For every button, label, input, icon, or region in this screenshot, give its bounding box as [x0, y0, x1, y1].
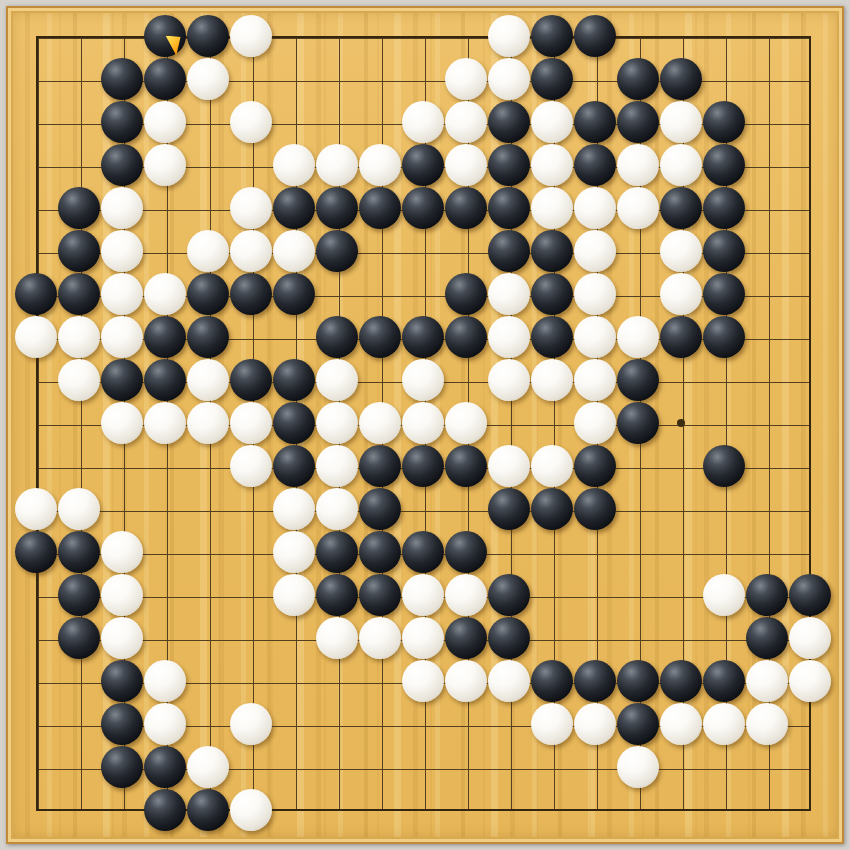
- intersection[interactable]: [745, 616, 788, 659]
- intersection[interactable]: [57, 401, 100, 444]
- intersection[interactable]: [487, 745, 530, 788]
- intersection[interactable]: [487, 358, 530, 401]
- intersection[interactable]: [100, 229, 143, 272]
- intersection[interactable]: [530, 186, 573, 229]
- intersection[interactable]: [229, 315, 272, 358]
- intersection[interactable]: [401, 186, 444, 229]
- intersection[interactable]: [57, 272, 100, 315]
- intersection[interactable]: [401, 788, 444, 831]
- intersection[interactable]: [57, 788, 100, 831]
- intersection[interactable]: [659, 788, 702, 831]
- intersection[interactable]: [444, 745, 487, 788]
- intersection[interactable]: [745, 573, 788, 616]
- intersection[interactable]: [14, 702, 57, 745]
- intersection[interactable]: [315, 229, 358, 272]
- intersection[interactable]: [315, 745, 358, 788]
- intersection[interactable]: [530, 100, 573, 143]
- intersection[interactable]: [487, 272, 530, 315]
- intersection[interactable]: [788, 788, 831, 831]
- intersection[interactable]: [573, 186, 616, 229]
- intersection[interactable]: [358, 14, 401, 57]
- intersection[interactable]: [401, 530, 444, 573]
- intersection[interactable]: [229, 57, 272, 100]
- intersection[interactable]: [530, 358, 573, 401]
- intersection[interactable]: [616, 530, 659, 573]
- intersection[interactable]: [444, 100, 487, 143]
- intersection[interactable]: [788, 401, 831, 444]
- intersection[interactable]: [702, 530, 745, 573]
- intersection[interactable]: [100, 659, 143, 702]
- intersection[interactable]: [229, 530, 272, 573]
- intersection[interactable]: [788, 358, 831, 401]
- intersection[interactable]: [315, 444, 358, 487]
- intersection[interactable]: [57, 14, 100, 57]
- intersection[interactable]: [57, 702, 100, 745]
- intersection[interactable]: [444, 14, 487, 57]
- intersection[interactable]: [702, 143, 745, 186]
- intersection[interactable]: [100, 143, 143, 186]
- intersection[interactable]: [14, 14, 57, 57]
- intersection[interactable]: [745, 57, 788, 100]
- intersection[interactable]: [143, 573, 186, 616]
- intersection[interactable]: [487, 659, 530, 702]
- intersection[interactable]: [573, 487, 616, 530]
- intersection[interactable]: [229, 659, 272, 702]
- intersection[interactable]: [702, 57, 745, 100]
- intersection[interactable]: [788, 702, 831, 745]
- intersection[interactable]: [100, 573, 143, 616]
- intersection[interactable]: [57, 229, 100, 272]
- intersection[interactable]: [702, 186, 745, 229]
- intersection[interactable]: [229, 272, 272, 315]
- intersection[interactable]: [272, 745, 315, 788]
- intersection[interactable]: [788, 186, 831, 229]
- intersection[interactable]: [315, 487, 358, 530]
- intersection[interactable]: [659, 272, 702, 315]
- intersection[interactable]: [530, 616, 573, 659]
- intersection[interactable]: [530, 487, 573, 530]
- intersection[interactable]: [659, 143, 702, 186]
- intersection[interactable]: [788, 315, 831, 358]
- intersection[interactable]: [57, 745, 100, 788]
- intersection[interactable]: [57, 616, 100, 659]
- intersection[interactable]: [272, 272, 315, 315]
- intersection[interactable]: [143, 788, 186, 831]
- intersection[interactable]: [788, 143, 831, 186]
- intersection[interactable]: [14, 143, 57, 186]
- intersection[interactable]: [143, 272, 186, 315]
- intersection[interactable]: [14, 659, 57, 702]
- intersection[interactable]: [315, 14, 358, 57]
- intersection[interactable]: [573, 573, 616, 616]
- intersection[interactable]: [186, 401, 229, 444]
- intersection[interactable]: [272, 143, 315, 186]
- intersection[interactable]: [272, 530, 315, 573]
- intersection[interactable]: [401, 745, 444, 788]
- intersection[interactable]: [272, 100, 315, 143]
- intersection[interactable]: [143, 229, 186, 272]
- intersection[interactable]: [702, 229, 745, 272]
- intersection[interactable]: [487, 487, 530, 530]
- intersection[interactable]: [272, 358, 315, 401]
- intersection[interactable]: [745, 659, 788, 702]
- intersection[interactable]: [186, 315, 229, 358]
- intersection[interactable]: [14, 401, 57, 444]
- intersection[interactable]: [530, 530, 573, 573]
- intersection[interactable]: [788, 229, 831, 272]
- intersection[interactable]: [186, 358, 229, 401]
- intersection[interactable]: [444, 57, 487, 100]
- intersection[interactable]: [57, 530, 100, 573]
- intersection[interactable]: [788, 272, 831, 315]
- intersection[interactable]: [530, 143, 573, 186]
- intersection[interactable]: [229, 444, 272, 487]
- intersection[interactable]: [186, 616, 229, 659]
- intersection[interactable]: [616, 401, 659, 444]
- intersection[interactable]: [659, 401, 702, 444]
- intersection[interactable]: [401, 358, 444, 401]
- intersection[interactable]: [57, 487, 100, 530]
- intersection[interactable]: [444, 659, 487, 702]
- intersection[interactable]: [143, 14, 186, 57]
- intersection[interactable]: [100, 401, 143, 444]
- intersection[interactable]: [702, 616, 745, 659]
- intersection[interactable]: [186, 186, 229, 229]
- intersection[interactable]: [444, 229, 487, 272]
- intersection[interactable]: [788, 100, 831, 143]
- intersection[interactable]: [401, 229, 444, 272]
- intersection[interactable]: [100, 358, 143, 401]
- intersection[interactable]: [358, 788, 401, 831]
- intersection[interactable]: [229, 143, 272, 186]
- intersection[interactable]: [487, 530, 530, 573]
- intersection[interactable]: [573, 315, 616, 358]
- intersection[interactable]: [57, 358, 100, 401]
- intersection[interactable]: [14, 444, 57, 487]
- intersection[interactable]: [702, 659, 745, 702]
- intersection[interactable]: [315, 702, 358, 745]
- intersection[interactable]: [186, 573, 229, 616]
- intersection[interactable]: [358, 616, 401, 659]
- intersection[interactable]: [530, 659, 573, 702]
- intersection[interactable]: [315, 616, 358, 659]
- intersection[interactable]: [530, 788, 573, 831]
- intersection[interactable]: [745, 401, 788, 444]
- intersection[interactable]: [745, 315, 788, 358]
- intersection[interactable]: [358, 57, 401, 100]
- intersection[interactable]: [358, 186, 401, 229]
- go-board[interactable]: [6, 6, 844, 844]
- intersection[interactable]: [788, 530, 831, 573]
- intersection[interactable]: [143, 315, 186, 358]
- intersection[interactable]: [788, 745, 831, 788]
- intersection[interactable]: [143, 444, 186, 487]
- intersection[interactable]: [358, 487, 401, 530]
- intersection[interactable]: [702, 315, 745, 358]
- intersection[interactable]: [100, 745, 143, 788]
- intersection[interactable]: [315, 573, 358, 616]
- intersection[interactable]: [143, 57, 186, 100]
- intersection[interactable]: [14, 272, 57, 315]
- intersection[interactable]: [702, 272, 745, 315]
- intersection[interactable]: [659, 745, 702, 788]
- intersection[interactable]: [143, 745, 186, 788]
- intersection[interactable]: [143, 186, 186, 229]
- intersection[interactable]: [401, 14, 444, 57]
- intersection[interactable]: [573, 229, 616, 272]
- intersection[interactable]: [186, 444, 229, 487]
- intersection[interactable]: [745, 444, 788, 487]
- intersection[interactable]: [745, 100, 788, 143]
- intersection[interactable]: [229, 100, 272, 143]
- intersection[interactable]: [272, 487, 315, 530]
- intersection[interactable]: [616, 444, 659, 487]
- intersection[interactable]: [315, 272, 358, 315]
- intersection[interactable]: [229, 745, 272, 788]
- intersection[interactable]: [788, 573, 831, 616]
- intersection[interactable]: [530, 57, 573, 100]
- intersection[interactable]: [186, 745, 229, 788]
- intersection[interactable]: [143, 401, 186, 444]
- intersection[interactable]: [530, 702, 573, 745]
- intersection[interactable]: [100, 186, 143, 229]
- intersection[interactable]: [57, 100, 100, 143]
- intersection[interactable]: [272, 315, 315, 358]
- intersection[interactable]: [530, 745, 573, 788]
- intersection[interactable]: [616, 186, 659, 229]
- intersection[interactable]: [444, 358, 487, 401]
- intersection[interactable]: [530, 315, 573, 358]
- intersection[interactable]: [573, 788, 616, 831]
- intersection[interactable]: [14, 745, 57, 788]
- intersection[interactable]: [358, 659, 401, 702]
- intersection[interactable]: [530, 229, 573, 272]
- intersection[interactable]: [702, 401, 745, 444]
- intersection[interactable]: [100, 57, 143, 100]
- intersection[interactable]: [702, 745, 745, 788]
- intersection[interactable]: [14, 315, 57, 358]
- intersection[interactable]: [14, 57, 57, 100]
- intersection[interactable]: [444, 487, 487, 530]
- intersection[interactable]: [573, 702, 616, 745]
- intersection[interactable]: [14, 573, 57, 616]
- intersection[interactable]: [444, 315, 487, 358]
- intersection[interactable]: [616, 272, 659, 315]
- intersection[interactable]: [315, 788, 358, 831]
- intersection[interactable]: [401, 57, 444, 100]
- intersection[interactable]: [659, 702, 702, 745]
- intersection[interactable]: [14, 530, 57, 573]
- intersection[interactable]: [444, 444, 487, 487]
- intersection[interactable]: [745, 487, 788, 530]
- intersection[interactable]: [702, 14, 745, 57]
- intersection[interactable]: [444, 788, 487, 831]
- intersection[interactable]: [530, 444, 573, 487]
- intersection[interactable]: [315, 186, 358, 229]
- intersection[interactable]: [401, 401, 444, 444]
- intersection[interactable]: [143, 530, 186, 573]
- intersection[interactable]: [272, 702, 315, 745]
- intersection[interactable]: [14, 186, 57, 229]
- intersection[interactable]: [444, 272, 487, 315]
- intersection[interactable]: [788, 57, 831, 100]
- intersection[interactable]: [487, 702, 530, 745]
- intersection[interactable]: [315, 315, 358, 358]
- intersection[interactable]: [315, 57, 358, 100]
- intersection[interactable]: [272, 616, 315, 659]
- intersection[interactable]: [358, 315, 401, 358]
- intersection[interactable]: [659, 616, 702, 659]
- intersection[interactable]: [143, 487, 186, 530]
- intersection[interactable]: [444, 186, 487, 229]
- intersection[interactable]: [401, 315, 444, 358]
- intersection[interactable]: [358, 401, 401, 444]
- intersection[interactable]: [444, 143, 487, 186]
- intersection[interactable]: [659, 315, 702, 358]
- intersection[interactable]: [186, 14, 229, 57]
- intersection[interactable]: [100, 487, 143, 530]
- intersection[interactable]: [530, 401, 573, 444]
- intersection[interactable]: [186, 659, 229, 702]
- intersection[interactable]: [573, 272, 616, 315]
- intersection[interactable]: [272, 788, 315, 831]
- intersection[interactable]: [788, 487, 831, 530]
- intersection[interactable]: [616, 573, 659, 616]
- intersection[interactable]: [745, 272, 788, 315]
- intersection[interactable]: [358, 702, 401, 745]
- intersection[interactable]: [573, 143, 616, 186]
- intersection[interactable]: [143, 616, 186, 659]
- intersection[interactable]: [14, 487, 57, 530]
- intersection[interactable]: [57, 143, 100, 186]
- intersection[interactable]: [229, 401, 272, 444]
- intersection[interactable]: [745, 14, 788, 57]
- intersection[interactable]: [616, 745, 659, 788]
- intersection[interactable]: [143, 659, 186, 702]
- intersection[interactable]: [14, 788, 57, 831]
- intersection[interactable]: [401, 143, 444, 186]
- intersection[interactable]: [444, 573, 487, 616]
- intersection[interactable]: [659, 530, 702, 573]
- intersection[interactable]: [100, 702, 143, 745]
- intersection[interactable]: [487, 573, 530, 616]
- intersection[interactable]: [100, 315, 143, 358]
- intersection[interactable]: [401, 100, 444, 143]
- intersection[interactable]: [100, 272, 143, 315]
- intersection[interactable]: [487, 14, 530, 57]
- intersection[interactable]: [487, 143, 530, 186]
- intersection[interactable]: [57, 315, 100, 358]
- intersection[interactable]: [186, 57, 229, 100]
- intersection[interactable]: [401, 616, 444, 659]
- intersection[interactable]: [186, 229, 229, 272]
- intersection[interactable]: [616, 100, 659, 143]
- intersection[interactable]: [143, 143, 186, 186]
- intersection[interactable]: [616, 702, 659, 745]
- intersection[interactable]: [229, 573, 272, 616]
- intersection[interactable]: [444, 401, 487, 444]
- intersection[interactable]: [100, 788, 143, 831]
- intersection[interactable]: [530, 14, 573, 57]
- intersection[interactable]: [401, 659, 444, 702]
- intersection[interactable]: [616, 487, 659, 530]
- intersection[interactable]: [573, 57, 616, 100]
- intersection[interactable]: [573, 444, 616, 487]
- intersection[interactable]: [143, 100, 186, 143]
- intersection[interactable]: [229, 358, 272, 401]
- intersection[interactable]: [659, 14, 702, 57]
- intersection[interactable]: [573, 745, 616, 788]
- intersection[interactable]: [702, 487, 745, 530]
- intersection[interactable]: [358, 100, 401, 143]
- intersection[interactable]: [100, 100, 143, 143]
- intersection[interactable]: [745, 745, 788, 788]
- intersection[interactable]: [444, 702, 487, 745]
- intersection[interactable]: [57, 186, 100, 229]
- intersection[interactable]: [401, 487, 444, 530]
- intersection[interactable]: [272, 401, 315, 444]
- intersection[interactable]: [745, 358, 788, 401]
- intersection[interactable]: [616, 14, 659, 57]
- intersection[interactable]: [14, 616, 57, 659]
- intersection[interactable]: [616, 788, 659, 831]
- intersection[interactable]: [616, 143, 659, 186]
- intersection[interactable]: [229, 14, 272, 57]
- intersection[interactable]: [444, 530, 487, 573]
- intersection[interactable]: [272, 444, 315, 487]
- intersection[interactable]: [57, 659, 100, 702]
- intersection[interactable]: [659, 573, 702, 616]
- intersection[interactable]: [616, 57, 659, 100]
- intersection[interactable]: [573, 14, 616, 57]
- intersection[interactable]: [57, 573, 100, 616]
- intersection[interactable]: [100, 616, 143, 659]
- intersection[interactable]: [186, 702, 229, 745]
- intersection[interactable]: [487, 315, 530, 358]
- intersection[interactable]: [315, 358, 358, 401]
- intersection[interactable]: [186, 530, 229, 573]
- intersection[interactable]: [272, 14, 315, 57]
- intersection[interactable]: [401, 444, 444, 487]
- intersection[interactable]: [616, 659, 659, 702]
- intersection[interactable]: [315, 530, 358, 573]
- intersection[interactable]: [659, 659, 702, 702]
- intersection[interactable]: [100, 14, 143, 57]
- intersection[interactable]: [702, 702, 745, 745]
- intersection[interactable]: [487, 444, 530, 487]
- intersection[interactable]: [702, 788, 745, 831]
- intersection[interactable]: [745, 229, 788, 272]
- intersection[interactable]: [272, 229, 315, 272]
- intersection[interactable]: [272, 186, 315, 229]
- intersection[interactable]: [788, 444, 831, 487]
- intersection[interactable]: [229, 616, 272, 659]
- intersection[interactable]: [186, 487, 229, 530]
- intersection[interactable]: [186, 788, 229, 831]
- intersection[interactable]: [659, 186, 702, 229]
- intersection[interactable]: [616, 229, 659, 272]
- intersection[interactable]: [659, 229, 702, 272]
- intersection[interactable]: [444, 616, 487, 659]
- intersection[interactable]: [358, 573, 401, 616]
- intersection[interactable]: [315, 401, 358, 444]
- intersection[interactable]: [487, 401, 530, 444]
- intersection[interactable]: [487, 229, 530, 272]
- intersection[interactable]: [745, 186, 788, 229]
- intersection[interactable]: [401, 702, 444, 745]
- intersection[interactable]: [573, 530, 616, 573]
- intersection[interactable]: [745, 143, 788, 186]
